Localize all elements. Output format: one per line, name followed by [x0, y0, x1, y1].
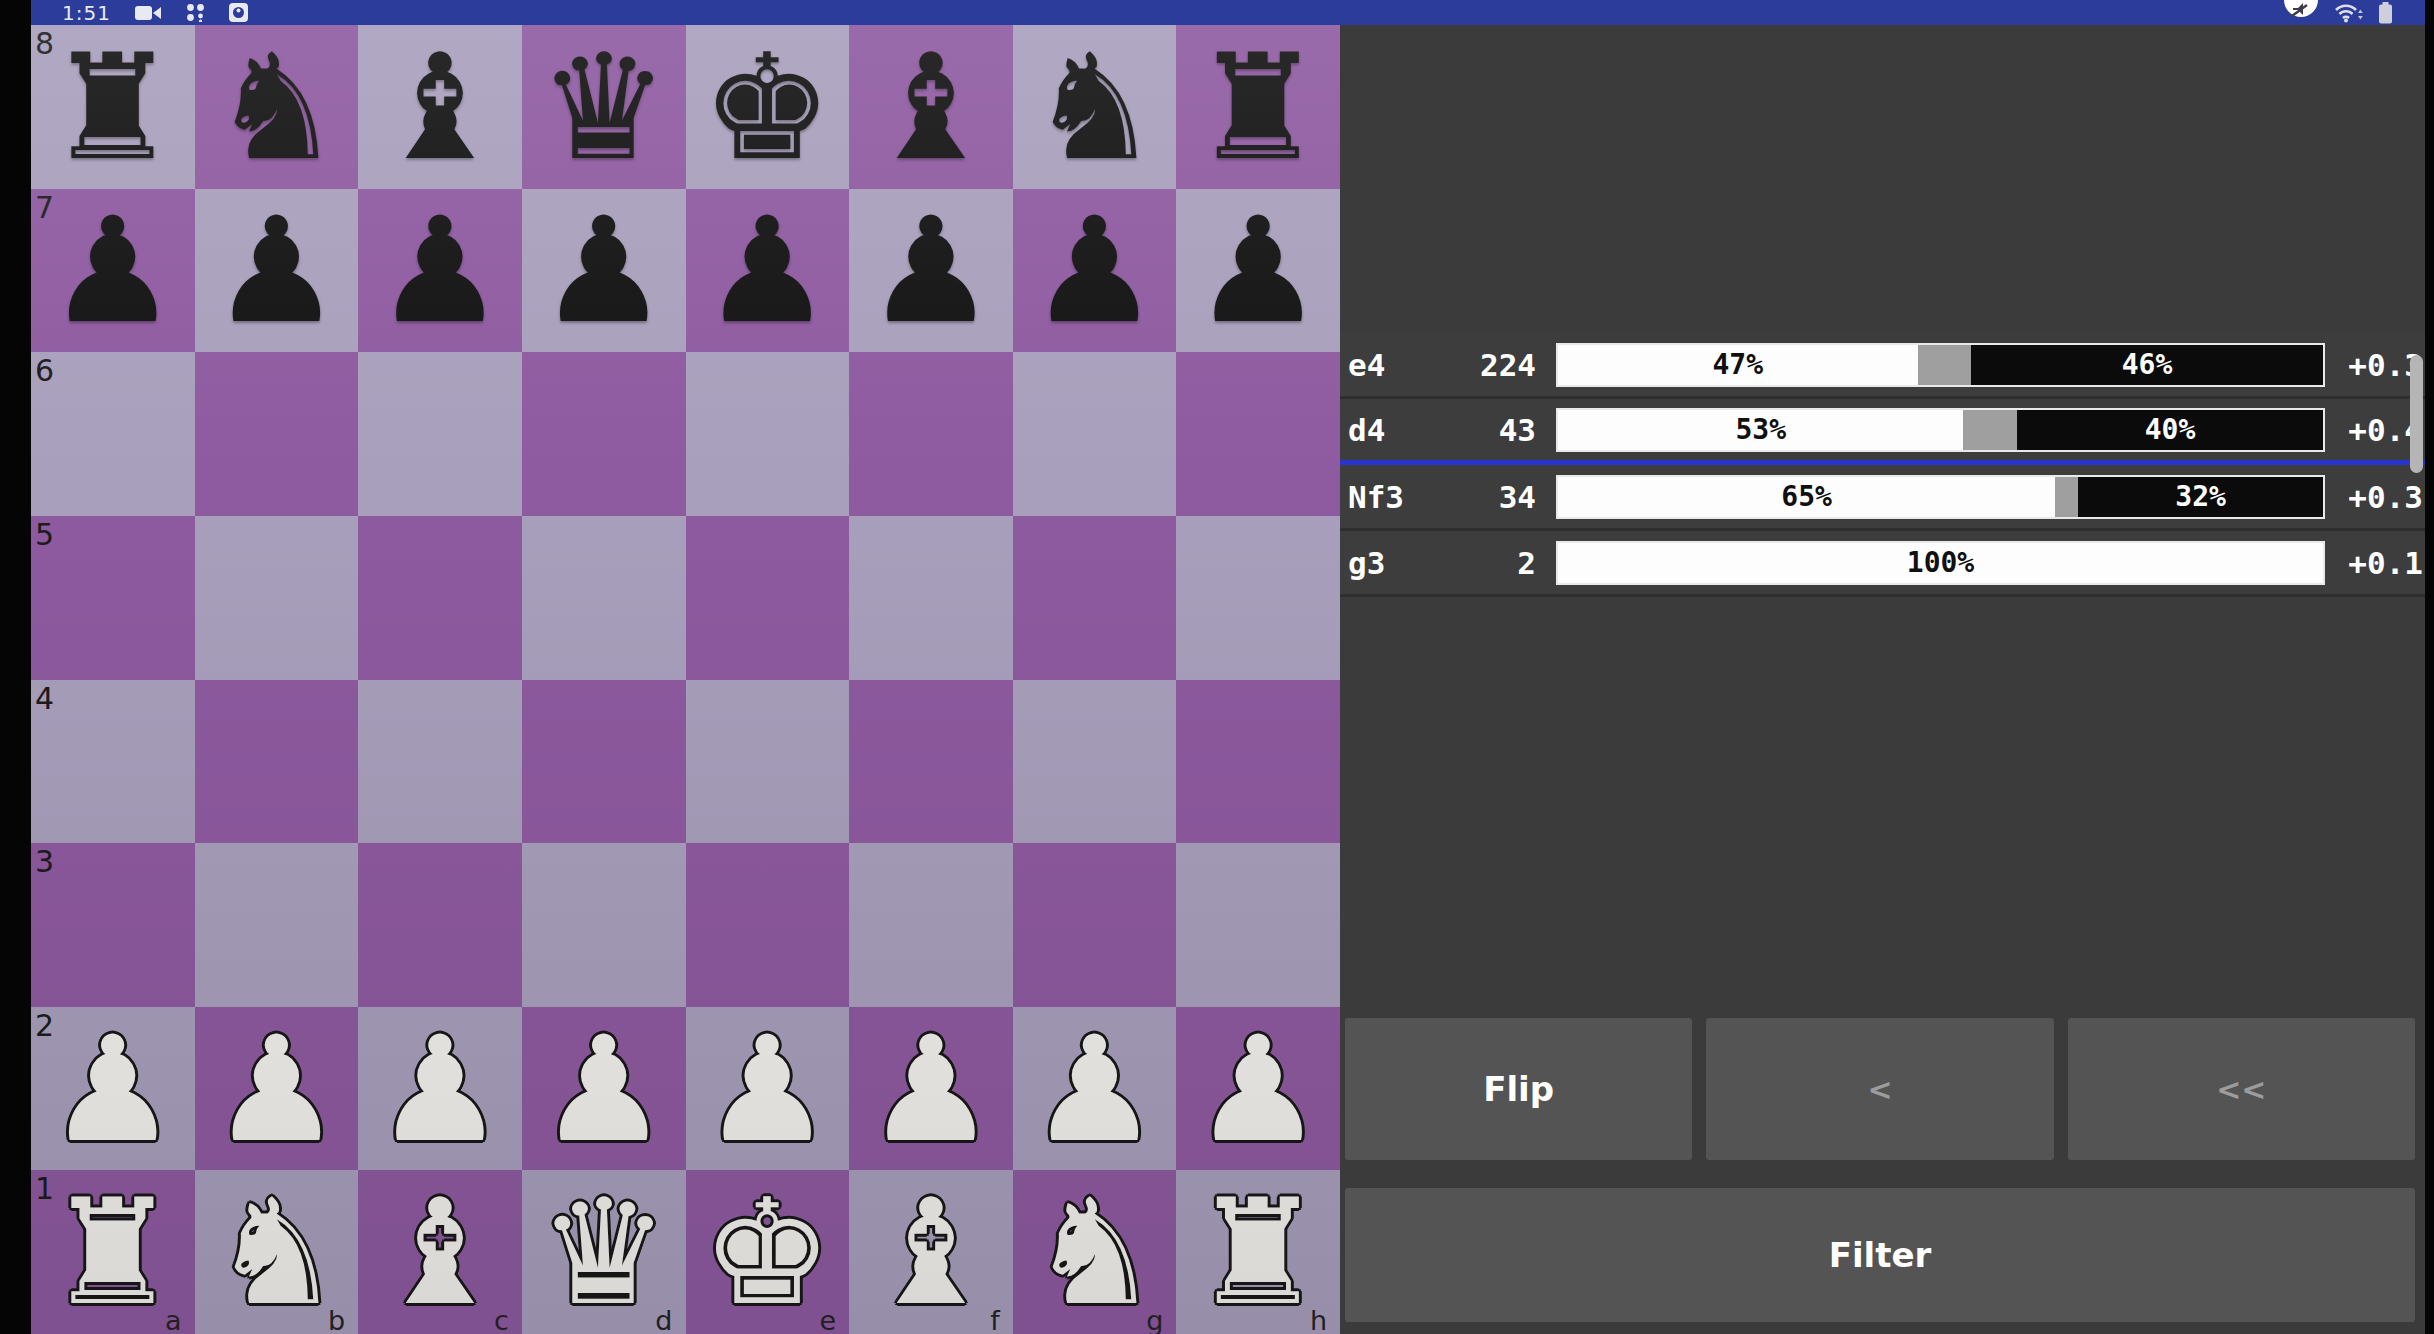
piece-white-rook: ♜ — [31, 1170, 195, 1334]
square-f2[interactable]: ♟ — [849, 1007, 1013, 1171]
square-e6[interactable] — [686, 352, 850, 516]
square-f7[interactable]: ♟ — [849, 189, 1013, 353]
square-g4[interactable] — [1013, 680, 1177, 844]
square-h8[interactable]: ♜ — [1176, 25, 1340, 189]
square-c6[interactable] — [358, 352, 522, 516]
square-d5[interactable] — [522, 516, 686, 680]
video-camera-icon — [135, 4, 162, 22]
square-c7[interactable]: ♟ — [358, 189, 522, 353]
square-d8[interactable]: ♛ — [522, 25, 686, 189]
move-list: e422447%46%+0.3d44353%40%+0.4Nf33465%32%… — [1340, 333, 2425, 597]
piece-black-queen: ♛ — [522, 25, 686, 189]
step-back-button[interactable]: < — [1706, 1018, 2053, 1160]
square-b3[interactable] — [195, 843, 359, 1007]
square-d4[interactable] — [522, 680, 686, 844]
move-row-Nf3[interactable]: Nf33465%32%+0.3 — [1340, 465, 2425, 531]
white-win-segment: 65% — [1558, 477, 2055, 517]
rank-label-5: 5 — [35, 517, 54, 552]
result-bar: 53%40% — [1556, 408, 2325, 452]
piece-black-pawn: ♟ — [1176, 189, 1340, 353]
game-count: 2 — [1436, 545, 1536, 581]
square-d1[interactable]: d♛ — [522, 1170, 686, 1334]
square-b1[interactable]: b♞ — [195, 1170, 359, 1334]
game-count: 43 — [1436, 412, 1536, 448]
piece-white-pawn: ♟ — [31, 1007, 195, 1171]
rank-label-6: 6 — [35, 353, 54, 388]
rank-label-3: 3 — [35, 844, 54, 879]
square-b5[interactable] — [195, 516, 359, 680]
piece-black-king: ♚ — [686, 25, 850, 189]
move-san: d4 — [1348, 412, 1436, 448]
square-g5[interactable] — [1013, 516, 1177, 680]
square-a7[interactable]: 7♟ — [31, 189, 195, 353]
screen-record-icon — [229, 3, 248, 22]
battery-icon — [2379, 2, 2392, 24]
wifi-icon — [2335, 3, 2363, 23]
square-d3[interactable] — [522, 843, 686, 1007]
mute-icon — [2291, 2, 2311, 20]
chess-board: 8♜♞♝♛♚♝♞♜7♟♟♟♟♟♟♟♟65432♟♟♟♟♟♟♟♟1a♜b♞c♝d♛… — [31, 25, 1340, 1334]
square-h1[interactable]: h♜ — [1176, 1170, 1340, 1334]
move-row-e4[interactable]: e422447%46%+0.3 — [1340, 333, 2425, 399]
square-a6[interactable]: 6 — [31, 352, 195, 516]
piece-white-knight: ♞ — [195, 1170, 359, 1334]
white-win-segment: 53% — [1558, 410, 1963, 450]
piece-black-rook: ♜ — [31, 25, 195, 189]
square-g2[interactable]: ♟ — [1013, 1007, 1177, 1171]
move-row-g3[interactable]: g32100%+0.1 — [1340, 531, 2425, 597]
square-e7[interactable]: ♟ — [686, 189, 850, 353]
status-bar-left: 1:51 — [62, 0, 248, 25]
square-a2[interactable]: 2♟ — [31, 1007, 195, 1171]
square-f5[interactable] — [849, 516, 1013, 680]
filter-button[interactable]: Filter — [1345, 1188, 2415, 1322]
square-c8[interactable]: ♝ — [358, 25, 522, 189]
square-g8[interactable]: ♞ — [1013, 25, 1177, 189]
piece-white-king: ♚ — [686, 1170, 850, 1334]
draw-segment — [2055, 477, 2078, 517]
piece-white-pawn: ♟ — [358, 1007, 522, 1171]
square-c4[interactable] — [358, 680, 522, 844]
square-h6[interactable] — [1176, 352, 1340, 516]
piece-white-pawn: ♟ — [1013, 1007, 1177, 1171]
square-c1[interactable]: c♝ — [358, 1170, 522, 1334]
square-b7[interactable]: ♟ — [195, 189, 359, 353]
draw-segment — [1963, 410, 2017, 450]
result-bar: 65%32% — [1556, 475, 2325, 519]
square-c2[interactable]: ♟ — [358, 1007, 522, 1171]
square-h7[interactable]: ♟ — [1176, 189, 1340, 353]
status-bar: 1:51 — [0, 0, 2434, 25]
piece-black-knight: ♞ — [195, 25, 359, 189]
square-b6[interactable] — [195, 352, 359, 516]
game-count: 34 — [1436, 479, 1536, 515]
piece-white-pawn: ♟ — [522, 1007, 686, 1171]
square-b2[interactable]: ♟ — [195, 1007, 359, 1171]
piece-black-pawn: ♟ — [522, 189, 686, 353]
square-f1[interactable]: f♝ — [849, 1170, 1013, 1334]
rank-label-4: 4 — [35, 681, 54, 716]
square-d6[interactable] — [522, 352, 686, 516]
piece-black-pawn: ♟ — [358, 189, 522, 353]
square-g7[interactable]: ♟ — [1013, 189, 1177, 353]
square-h3[interactable] — [1176, 843, 1340, 1007]
square-e3[interactable] — [686, 843, 850, 1007]
piece-white-pawn: ♟ — [849, 1007, 1013, 1171]
move-row-d4[interactable]: d44353%40%+0.4 — [1340, 399, 2425, 465]
status-bar-right — [2283, 0, 2392, 25]
clock-time: 1:51 — [62, 1, 111, 25]
square-h5[interactable] — [1176, 516, 1340, 680]
square-e2[interactable]: ♟ — [686, 1007, 850, 1171]
piece-black-pawn: ♟ — [31, 189, 195, 353]
white-win-segment: 100% — [1558, 543, 2323, 583]
square-a1[interactable]: 1a♜ — [31, 1170, 195, 1334]
draw-segment — [1918, 345, 1972, 385]
app-screen: 1:51 — [0, 0, 2434, 1334]
black-win-segment: 40% — [2017, 410, 2323, 450]
move-san: Nf3 — [1348, 479, 1436, 515]
piece-white-knight: ♞ — [1013, 1170, 1177, 1334]
white-win-segment: 47% — [1558, 345, 1918, 385]
square-b8[interactable]: ♞ — [195, 25, 359, 189]
flip-button[interactable]: Flip — [1345, 1018, 1692, 1160]
square-e8[interactable]: ♚ — [686, 25, 850, 189]
piece-black-bishop: ♝ — [358, 25, 522, 189]
square-f3[interactable] — [849, 843, 1013, 1007]
square-h4[interactable] — [1176, 680, 1340, 844]
black-win-segment: 46% — [1971, 345, 2323, 385]
move-san: e4 — [1348, 347, 1436, 383]
right-bezel — [2425, 0, 2434, 1334]
result-bar: 47%46% — [1556, 343, 2325, 387]
piece-black-knight: ♞ — [1013, 25, 1177, 189]
piece-black-pawn: ♟ — [1013, 189, 1177, 353]
piece-white-bishop: ♝ — [849, 1170, 1013, 1334]
eval-value: +0.3 — [2333, 479, 2423, 515]
square-a4[interactable]: 4 — [31, 680, 195, 844]
square-g1[interactable]: g♞ — [1013, 1170, 1177, 1334]
square-e4[interactable] — [686, 680, 850, 844]
piece-white-queen: ♛ — [522, 1170, 686, 1334]
piece-white-rook: ♜ — [1176, 1170, 1340, 1334]
piece-white-bishop: ♝ — [358, 1170, 522, 1334]
black-win-segment: 32% — [2078, 477, 2323, 517]
square-b4[interactable] — [195, 680, 359, 844]
notification-circle-icon — [2283, 0, 2319, 25]
piece-black-pawn: ♟ — [195, 189, 359, 353]
square-a3[interactable]: 3 — [31, 843, 195, 1007]
square-a8[interactable]: 8♜ — [31, 25, 195, 189]
eval-value: +0.1 — [2333, 545, 2423, 581]
square-f4[interactable] — [849, 680, 1013, 844]
square-c5[interactable] — [358, 516, 522, 680]
square-e1[interactable]: e♚ — [686, 1170, 850, 1334]
dots-icon — [186, 3, 205, 22]
square-a5[interactable]: 5 — [31, 516, 195, 680]
square-h2[interactable]: ♟ — [1176, 1007, 1340, 1171]
square-g3[interactable] — [1013, 843, 1177, 1007]
move-san: g3 — [1348, 545, 1436, 581]
square-e5[interactable] — [686, 516, 850, 680]
piece-white-pawn: ♟ — [195, 1007, 359, 1171]
scrollbar-thumb[interactable] — [2410, 355, 2423, 473]
left-bezel — [0, 0, 31, 1334]
square-g6[interactable] — [1013, 352, 1177, 516]
square-f6[interactable] — [849, 352, 1013, 516]
square-f8[interactable]: ♝ — [849, 25, 1013, 189]
fast-back-button[interactable]: << — [2068, 1018, 2415, 1160]
result-bar: 100% — [1556, 541, 2325, 585]
game-count: 224 — [1436, 347, 1536, 383]
square-c3[interactable] — [358, 843, 522, 1007]
square-d2[interactable]: ♟ — [522, 1007, 686, 1171]
piece-white-pawn: ♟ — [686, 1007, 850, 1171]
nav-button-row: Flip < << — [1345, 1018, 2415, 1160]
piece-black-pawn: ♟ — [849, 189, 1013, 353]
piece-white-pawn: ♟ — [1176, 1007, 1340, 1171]
square-d7[interactable]: ♟ — [522, 189, 686, 353]
piece-black-pawn: ♟ — [686, 189, 850, 353]
piece-black-rook: ♜ — [1176, 25, 1340, 189]
piece-black-bishop: ♝ — [849, 25, 1013, 189]
